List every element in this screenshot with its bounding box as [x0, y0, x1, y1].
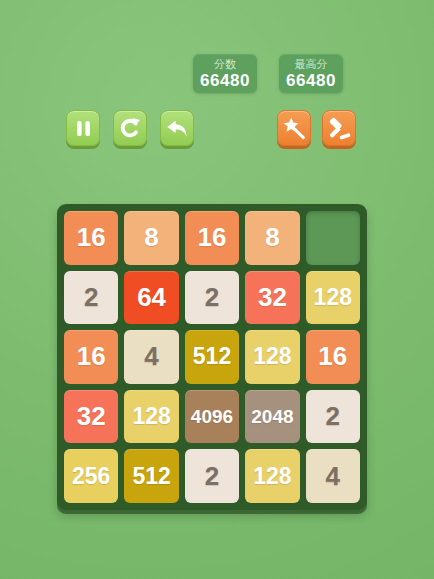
score-value: 66480 [200, 71, 250, 90]
score-label: 分数 [214, 58, 236, 71]
tile-4: 4 [124, 330, 178, 384]
tile-8: 8 [245, 211, 299, 265]
best-score-value: 66480 [286, 71, 336, 90]
hammer-button[interactable] [322, 110, 356, 146]
pause-button[interactable] [66, 110, 100, 146]
tile-64: 64 [124, 271, 178, 325]
tile-16: 16 [306, 330, 360, 384]
score-box: 分数 66480 [193, 54, 257, 93]
tile-512: 512 [124, 449, 178, 503]
tile-512: 512 [185, 330, 239, 384]
tile-16: 16 [185, 211, 239, 265]
magic-wand-icon [283, 117, 306, 140]
tile-4: 4 [306, 449, 360, 503]
empty-cell [306, 211, 360, 265]
tile-2: 2 [306, 390, 360, 444]
tile-128: 128 [124, 390, 178, 444]
tile-32: 32 [245, 271, 299, 325]
tile-2: 2 [185, 449, 239, 503]
tile-256: 256 [64, 449, 118, 503]
tile-32: 32 [64, 390, 118, 444]
magic-wand-button[interactable] [277, 110, 311, 146]
restart-button[interactable] [113, 110, 147, 146]
tile-128: 128 [306, 271, 360, 325]
undo-button[interactable] [160, 110, 194, 146]
pause-icon [75, 119, 92, 138]
tile-2048: 2048 [245, 390, 299, 444]
refresh-icon [119, 117, 141, 139]
undo-arrow-icon [165, 118, 189, 139]
tile-128: 128 [245, 330, 299, 384]
game-board[interactable]: 1681682642321281645121281632128409620482… [57, 204, 367, 510]
best-score-label: 最高分 [295, 58, 328, 71]
best-score-box: 最高分 66480 [279, 54, 343, 93]
tile-16: 16 [64, 211, 118, 265]
gavel-icon [328, 117, 351, 140]
tile-2: 2 [185, 271, 239, 325]
tile-128: 128 [245, 449, 299, 503]
tile-4096: 4096 [185, 390, 239, 444]
tile-2: 2 [64, 271, 118, 325]
tile-8: 8 [124, 211, 178, 265]
tile-16: 16 [64, 330, 118, 384]
